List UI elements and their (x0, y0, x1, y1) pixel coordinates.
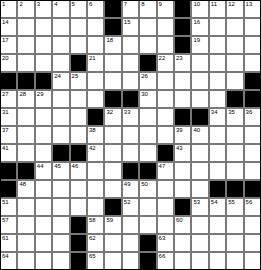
crossword-cell[interactable] (192, 55, 207, 71)
crossword-cell[interactable] (245, 127, 260, 143)
clue-number: 19 (193, 37, 200, 44)
crossword-cell[interactable] (140, 217, 155, 233)
crossword-cell[interactable] (245, 217, 260, 233)
clue-number: 63 (159, 235, 166, 242)
crossword-cell[interactable] (227, 127, 242, 143)
crossword-cell[interactable]: 18 (105, 37, 120, 53)
clue-number: 29 (37, 91, 44, 98)
crossword-cell[interactable] (123, 73, 138, 89)
crossword-cell[interactable] (210, 127, 225, 143)
black-cell (245, 73, 260, 89)
clue-number: 49 (124, 181, 131, 188)
crossword-cell[interactable]: 66 (158, 253, 173, 269)
crossword-cell[interactable]: 13 (245, 1, 260, 17)
black-cell (71, 253, 86, 269)
crossword-cell[interactable] (140, 145, 155, 161)
crossword-cell[interactable]: 26 (140, 73, 155, 89)
crossword-cell[interactable] (88, 73, 103, 89)
clue-number: 30 (141, 91, 148, 98)
crossword-cell[interactable] (192, 181, 207, 197)
crossword-cell[interactable]: 62 (88, 235, 103, 251)
crossword-cell[interactable]: 49 (123, 181, 138, 197)
crossword-cell[interactable] (158, 37, 173, 53)
crossword-cell[interactable]: 48 (18, 181, 33, 197)
clue-number: 50 (141, 181, 148, 188)
crossword-cell[interactable]: 64 (1, 253, 16, 269)
crossword-cell[interactable] (18, 19, 33, 35)
crossword-cell[interactable] (105, 163, 120, 179)
crossword-cell[interactable] (71, 91, 86, 107)
crossword-cell[interactable]: 33 (123, 109, 138, 125)
clue-number: 47 (159, 163, 166, 170)
clue-number: 18 (106, 37, 113, 44)
crossword-cell[interactable] (227, 235, 242, 251)
black-cell (71, 55, 86, 71)
clue-number: 7 (124, 1, 127, 8)
clue-number: 20 (2, 55, 9, 62)
crossword-cell[interactable] (140, 109, 155, 125)
black-cell (1, 181, 16, 197)
crossword-cell[interactable] (175, 91, 190, 107)
crossword-cell[interactable]: 46 (71, 163, 86, 179)
crossword-cell[interactable] (158, 181, 173, 197)
clue-number: 41 (2, 145, 9, 152)
clue-number: 8 (141, 1, 144, 8)
crossword-cell[interactable]: 60 (175, 217, 190, 233)
clue-number: 21 (89, 55, 96, 62)
black-cell (71, 145, 86, 161)
crossword-cell[interactable] (175, 181, 190, 197)
crossword-cell[interactable] (210, 55, 225, 71)
crossword-cell[interactable]: 51 (1, 199, 16, 215)
crossword-cell[interactable]: 45 (53, 163, 68, 179)
crossword-cell[interactable] (123, 145, 138, 161)
crossword-cell[interactable] (210, 145, 225, 161)
crossword-cell[interactable] (123, 37, 138, 53)
black-cell (245, 91, 260, 107)
clue-number: 34 (211, 109, 218, 116)
crossword-cell[interactable] (245, 37, 260, 53)
black-cell (123, 91, 138, 107)
black-cell (105, 19, 120, 35)
clue-number: 39 (176, 127, 183, 134)
clue-number: 23 (176, 55, 183, 62)
crossword-cell[interactable]: 35 (227, 109, 242, 125)
black-cell (192, 109, 207, 125)
crossword-cell[interactable] (88, 199, 103, 215)
black-cell (36, 73, 51, 89)
crossword-cell[interactable] (36, 181, 51, 197)
clue-number: 45 (54, 163, 61, 170)
crossword-cell[interactable]: 55 (227, 199, 242, 215)
black-cell (158, 145, 173, 161)
clue-number: 16 (193, 19, 200, 26)
crossword-cell[interactable] (210, 253, 225, 269)
clue-number: 5 (72, 1, 75, 8)
black-cell (53, 145, 68, 161)
crossword-cell[interactable]: 7 (123, 1, 138, 17)
black-cell (210, 181, 225, 197)
clue-number: 55 (228, 199, 235, 206)
crossword-cell[interactable] (36, 199, 51, 215)
clue-number: 53 (193, 199, 200, 206)
clue-number: 2 (19, 1, 22, 8)
crossword-cell[interactable]: 53 (192, 199, 207, 215)
crossword-cell[interactable] (18, 55, 33, 71)
clue-number: 48 (19, 181, 26, 188)
crossword-cell[interactable]: 61 (1, 235, 16, 251)
crossword-cell[interactable]: 59 (105, 217, 120, 233)
clue-number: 14 (2, 19, 9, 26)
crossword-cell[interactable]: 11 (210, 1, 225, 17)
crossword-cell[interactable] (210, 73, 225, 89)
crossword-cell[interactable] (175, 235, 190, 251)
clue-number: 12 (228, 1, 235, 8)
crossword-cell[interactable] (53, 91, 68, 107)
crossword-cell[interactable] (140, 37, 155, 53)
crossword-cell[interactable]: 52 (123, 199, 138, 215)
crossword-cell[interactable]: 30 (140, 91, 155, 107)
black-cell (175, 19, 190, 35)
clue-number: 42 (89, 145, 96, 152)
clue-number: 9 (159, 1, 162, 8)
crossword-cell[interactable] (36, 127, 51, 143)
crossword-cell[interactable] (227, 163, 242, 179)
crossword-cell[interactable] (227, 19, 242, 35)
clue-number: 35 (228, 109, 235, 116)
crossword-cell[interactable] (227, 55, 242, 71)
clue-number: 61 (2, 235, 9, 242)
crossword-cell[interactable] (210, 37, 225, 53)
crossword-cell[interactable] (175, 73, 190, 89)
crossword-cell[interactable] (245, 163, 260, 179)
clue-number: 58 (89, 217, 96, 224)
black-cell (105, 91, 120, 107)
crossword-cell[interactable] (105, 73, 120, 89)
crossword-cell[interactable] (53, 181, 68, 197)
crossword-cell[interactable] (88, 37, 103, 53)
crossword-cell[interactable] (36, 235, 51, 251)
black-cell (71, 235, 86, 251)
crossword-cell[interactable]: 54 (210, 199, 225, 215)
crossword-cell[interactable] (71, 109, 86, 125)
crossword-cell[interactable] (227, 37, 242, 53)
crossword-cell[interactable]: 37 (1, 127, 16, 143)
crossword-cell[interactable]: 8 (140, 1, 155, 17)
crossword-cell[interactable] (158, 73, 173, 89)
black-cell (105, 199, 120, 215)
clue-number: 37 (2, 127, 9, 134)
crossword-cell[interactable]: 50 (140, 181, 155, 197)
clue-number: 52 (124, 199, 131, 206)
crossword-cell[interactable] (18, 109, 33, 125)
black-cell (175, 1, 190, 17)
black-cell (175, 199, 190, 215)
black-cell (140, 163, 155, 179)
crossword-cell[interactable] (192, 91, 207, 107)
crossword-cell[interactable]: 38 (88, 127, 103, 143)
crossword-cell[interactable] (192, 163, 207, 179)
crossword-grid[interactable]: 1234567891011121314151617181920212223242… (0, 0, 261, 270)
crossword-cell[interactable]: 28 (18, 91, 33, 107)
crossword-cell[interactable]: 29 (36, 91, 51, 107)
crossword-cell[interactable]: 41 (1, 145, 16, 161)
crossword-cell[interactable]: 5 (71, 1, 86, 17)
crossword-cell[interactable] (18, 145, 33, 161)
crossword-cell[interactable]: 34 (210, 109, 225, 125)
crossword-cell[interactable] (105, 145, 120, 161)
black-cell (140, 253, 155, 269)
clue-number: 56 (246, 199, 253, 206)
crossword-cell[interactable] (123, 217, 138, 233)
crossword-cell[interactable] (158, 91, 173, 107)
crossword-cell[interactable]: 23 (175, 55, 190, 71)
crossword-cell[interactable] (227, 73, 242, 89)
clue-number: 11 (211, 1, 217, 8)
crossword-cell[interactable] (36, 19, 51, 35)
crossword-cell[interactable] (210, 163, 225, 179)
crossword-cell[interactable]: 24 (53, 73, 68, 89)
crossword-cell[interactable] (123, 55, 138, 71)
clue-number: 38 (89, 127, 96, 134)
clue-number: 10 (193, 1, 200, 8)
black-cell (140, 55, 155, 71)
clue-number: 22 (159, 55, 166, 62)
crossword-cell[interactable] (36, 109, 51, 125)
black-cell (1, 73, 16, 89)
crossword-cell[interactable] (105, 55, 120, 71)
crossword-cell[interactable] (18, 235, 33, 251)
crossword-cell[interactable] (53, 55, 68, 71)
crossword-cell[interactable]: 2 (18, 1, 33, 17)
crossword-cell[interactable]: 63 (158, 235, 173, 251)
crossword-cell[interactable] (71, 37, 86, 53)
clue-number: 32 (106, 109, 113, 116)
clue-number: 6 (89, 1, 92, 8)
crossword-cell[interactable] (210, 217, 225, 233)
crossword-cell[interactable]: 58 (88, 217, 103, 233)
crossword-cell[interactable] (140, 19, 155, 35)
crossword-cell[interactable] (158, 109, 173, 125)
crossword-cell[interactable]: 36 (245, 109, 260, 125)
crossword-cell[interactable]: 6 (88, 1, 103, 17)
clue-number: 27 (2, 91, 9, 98)
black-cell (227, 181, 242, 197)
crossword-cell[interactable] (105, 181, 120, 197)
crossword-cell[interactable] (227, 217, 242, 233)
crossword-cell[interactable]: 17 (1, 37, 16, 53)
crossword-cell[interactable]: 1 (1, 1, 16, 17)
crossword-cell[interactable] (245, 235, 260, 251)
crossword-cell[interactable] (88, 19, 103, 35)
clue-number: 4 (54, 1, 57, 8)
crossword-cell[interactable] (36, 217, 51, 233)
clue-number: 17 (2, 37, 9, 44)
crossword-cell[interactable]: 12 (227, 1, 242, 17)
crossword-cell[interactable] (53, 109, 68, 125)
black-cell (140, 235, 155, 251)
clue-number: 33 (124, 109, 131, 116)
crossword-cell[interactable]: 21 (88, 55, 103, 71)
crossword-cell[interactable]: 39 (175, 127, 190, 143)
clue-number: 54 (211, 199, 218, 206)
crossword-cell[interactable]: 27 (1, 91, 16, 107)
crossword-cell[interactable] (192, 217, 207, 233)
crossword-cell[interactable]: 22 (158, 55, 173, 71)
black-cell (123, 163, 138, 179)
crossword-cell[interactable] (105, 253, 120, 269)
crossword-cell[interactable]: 44 (36, 163, 51, 179)
clue-number: 28 (19, 91, 26, 98)
crossword-cell[interactable] (88, 91, 103, 107)
crossword-cell[interactable]: 10 (192, 1, 207, 17)
crossword-cell[interactable] (192, 145, 207, 161)
crossword-cell[interactable] (192, 235, 207, 251)
crossword-cell[interactable] (123, 127, 138, 143)
crossword-cell[interactable] (36, 55, 51, 71)
crossword-cell[interactable] (36, 37, 51, 53)
crossword-cell[interactable] (36, 145, 51, 161)
black-cell (175, 109, 190, 125)
clue-number: 66 (159, 253, 166, 260)
clue-number: 31 (2, 109, 9, 116)
crossword-cell[interactable] (227, 145, 242, 161)
crossword-cell[interactable]: 31 (1, 109, 16, 125)
clue-number: 43 (176, 145, 183, 152)
black-cell (1, 163, 16, 179)
crossword-cell[interactable]: 25 (71, 73, 86, 89)
clue-number: 40 (193, 127, 200, 134)
crossword-cell[interactable] (227, 253, 242, 269)
crossword-cell[interactable] (123, 235, 138, 251)
black-cell (245, 181, 260, 197)
black-cell (175, 37, 190, 53)
crossword-cell[interactable] (18, 217, 33, 233)
clue-number: 65 (89, 253, 96, 260)
crossword-cell[interactable]: 57 (1, 217, 16, 233)
crossword-cell[interactable] (36, 253, 51, 269)
crossword-cell[interactable] (18, 199, 33, 215)
crossword-cell[interactable] (18, 253, 33, 269)
crossword-cell[interactable]: 19 (192, 37, 207, 53)
clue-number: 25 (72, 73, 79, 80)
crossword-cell[interactable] (71, 199, 86, 215)
crossword-cell[interactable] (88, 181, 103, 197)
clue-number: 51 (2, 199, 9, 206)
black-cell (71, 217, 86, 233)
crossword-cell[interactable] (53, 19, 68, 35)
crossword-cell[interactable]: 4 (53, 1, 68, 17)
crossword-cell[interactable]: 15 (123, 19, 138, 35)
crossword-cell[interactable] (245, 145, 260, 161)
clue-number: 46 (72, 163, 79, 170)
clue-number: 44 (37, 163, 44, 170)
crossword-cell[interactable]: 9 (158, 1, 173, 17)
crossword-cell[interactable] (175, 163, 190, 179)
clue-number: 24 (54, 73, 61, 80)
crossword-cell[interactable] (140, 127, 155, 143)
crossword-cell[interactable] (71, 127, 86, 143)
clue-number: 62 (89, 235, 96, 242)
crossword-cell[interactable] (71, 19, 86, 35)
crossword-cell[interactable] (123, 253, 138, 269)
crossword-cell[interactable] (158, 199, 173, 215)
clue-number: 13 (246, 1, 253, 8)
crossword-cell[interactable]: 56 (245, 199, 260, 215)
crossword-cell[interactable] (53, 253, 68, 269)
crossword-cell[interactable]: 14 (1, 19, 16, 35)
black-cell (88, 109, 103, 125)
clue-number: 64 (2, 253, 9, 260)
crossword-cell[interactable] (88, 163, 103, 179)
crossword-cell[interactable]: 16 (192, 19, 207, 35)
crossword-cell[interactable] (53, 235, 68, 251)
crossword-cell[interactable]: 20 (1, 55, 16, 71)
crossword-cell[interactable] (18, 127, 33, 143)
crossword-cell[interactable] (245, 19, 260, 35)
crossword-cell[interactable]: 3 (36, 1, 51, 17)
crossword-cell[interactable] (158, 217, 173, 233)
crossword-cell[interactable] (105, 127, 120, 143)
crossword-cell[interactable] (71, 181, 86, 197)
crossword-cell[interactable] (53, 199, 68, 215)
crossword-cell[interactable]: 47 (158, 163, 173, 179)
crossword-cell[interactable] (192, 73, 207, 89)
crossword-cell[interactable] (105, 235, 120, 251)
clue-number: 3 (37, 1, 40, 8)
clue-number: 26 (141, 73, 148, 80)
crossword-cell[interactable]: 43 (175, 145, 190, 161)
crossword-cell[interactable]: 65 (88, 253, 103, 269)
crossword-cell[interactable]: 32 (105, 109, 120, 125)
crossword-cell[interactable] (210, 91, 225, 107)
crossword-cell[interactable] (53, 37, 68, 53)
crossword-cell[interactable] (158, 127, 173, 143)
black-cell (18, 163, 33, 179)
clue-number: 1 (2, 1, 5, 8)
black-cell (18, 73, 33, 89)
black-cell (227, 91, 242, 107)
clue-number: 60 (176, 217, 183, 224)
crossword-cell[interactable] (245, 253, 260, 269)
crossword-cell[interactable] (175, 253, 190, 269)
black-cell (105, 1, 120, 17)
crossword-cell[interactable] (158, 19, 173, 35)
crossword-cell[interactable] (210, 235, 225, 251)
crossword-cell[interactable] (18, 37, 33, 53)
crossword-cell[interactable]: 42 (88, 145, 103, 161)
crossword-cell[interactable] (245, 55, 260, 71)
crossword-cell[interactable] (53, 217, 68, 233)
clue-number: 36 (246, 109, 253, 116)
crossword-cell[interactable]: 40 (192, 127, 207, 143)
crossword-cell[interactable] (140, 199, 155, 215)
crossword-cell[interactable] (210, 19, 225, 35)
crossword-cell[interactable] (192, 253, 207, 269)
clue-number: 57 (2, 217, 9, 224)
crossword-cell[interactable] (53, 127, 68, 143)
clue-number: 15 (124, 19, 131, 26)
clue-number: 59 (106, 217, 113, 224)
